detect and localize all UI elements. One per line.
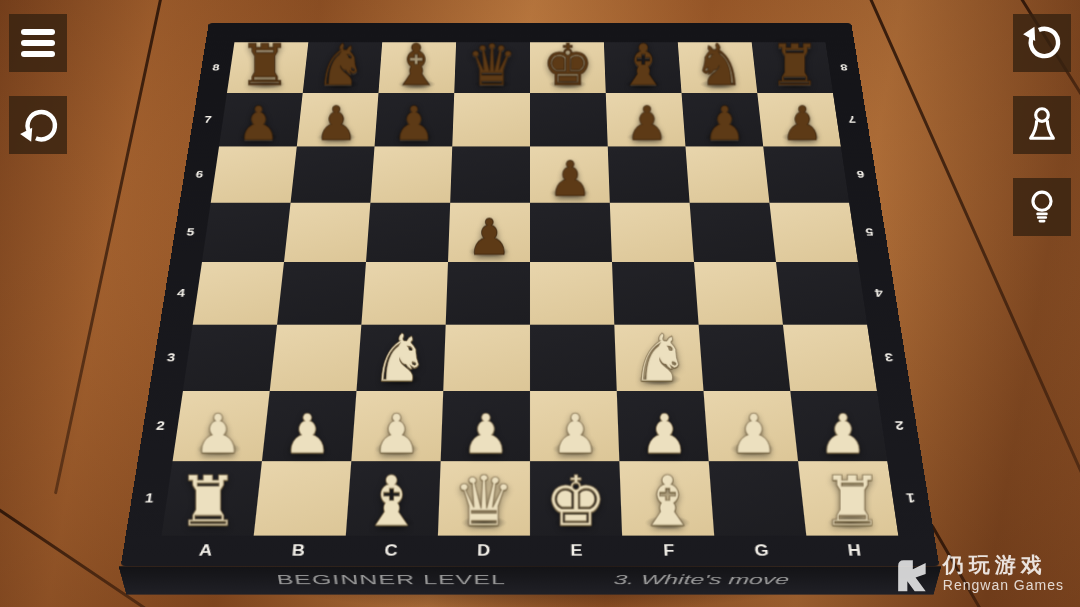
chess-scene: ABCDEFGH 87654321 87654321 ♜♞♝♛♚♝♞♜♟♟♟♟♟… [0,0,1080,607]
square-h2[interactable] [790,391,887,461]
square-a5[interactable] [202,203,291,262]
square-h4[interactable] [776,262,867,325]
square-e3[interactable] [530,325,617,391]
square-a8[interactable] [227,42,308,93]
file-label: A [157,536,254,566]
square-c2[interactable] [351,391,443,461]
square-f5[interactable] [610,203,694,262]
square-d3[interactable] [443,325,530,391]
square-b1[interactable] [254,461,352,536]
square-f6[interactable] [608,146,690,202]
square-c6[interactable] [370,146,452,202]
chess-board: ABCDEFGH 87654321 87654321 ♜♞♝♛♚♝♞♜♟♟♟♟♟… [121,23,940,566]
file-labels: ABCDEFGH [157,536,903,566]
board-front-face: BEGINNER LEVEL 3. White's move [118,566,941,595]
square-f8[interactable] [604,42,682,93]
square-b4[interactable] [277,262,366,325]
square-g6[interactable] [685,146,769,202]
watermark-title-en: Rengwan Games [943,577,1064,593]
square-e7[interactable] [530,93,608,146]
square-c7[interactable] [375,93,455,146]
square-h7[interactable] [757,93,841,146]
square-d5[interactable] [448,203,530,262]
board-squares [162,42,899,535]
square-f3[interactable] [614,325,703,391]
square-c1[interactable] [346,461,441,536]
square-g4[interactable] [694,262,783,325]
choose-side-button[interactable] [1013,96,1071,154]
level-label: BEGINNER LEVEL [275,572,506,588]
square-b5[interactable] [284,203,370,262]
rank-label: 7 [833,93,871,146]
square-a7[interactable] [219,93,303,146]
square-g3[interactable] [699,325,791,391]
square-d6[interactable] [450,146,530,202]
square-e6[interactable] [530,146,610,202]
square-h3[interactable] [783,325,877,391]
lightbulb-icon [1021,186,1063,228]
hint-button[interactable] [1013,178,1071,236]
square-h5[interactable] [769,203,858,262]
square-b7[interactable] [297,93,379,146]
file-label: E [530,536,623,566]
file-label: D [437,536,530,566]
square-d4[interactable] [446,262,530,325]
square-h1[interactable] [798,461,898,536]
file-label: C [344,536,438,566]
watermark-title-cn: 仍玩游戏 [943,553,1064,577]
watermark: 仍玩游戏 Rengwan Games [889,551,1064,595]
square-f4[interactable] [612,262,699,325]
square-g2[interactable] [704,391,799,461]
square-a3[interactable] [183,325,277,391]
file-label: B [250,536,345,566]
square-h8[interactable] [752,42,833,93]
square-e5[interactable] [530,203,612,262]
square-h6[interactable] [763,146,849,202]
square-b8[interactable] [303,42,383,93]
square-d2[interactable] [441,391,530,461]
square-f2[interactable] [617,391,709,461]
square-b3[interactable] [270,325,362,391]
square-d7[interactable] [452,93,530,146]
square-e8[interactable] [530,42,606,93]
square-g7[interactable] [682,93,764,146]
file-label: F [622,536,716,566]
square-c3[interactable] [356,325,445,391]
rotate-board-button[interactable] [9,96,67,154]
pawn-outline-icon [1021,104,1063,146]
square-g1[interactable] [709,461,807,536]
square-b2[interactable] [262,391,357,461]
hamburger-menu-icon [21,29,55,57]
undo-arrow-icon [1021,22,1063,64]
square-d8[interactable] [454,42,530,93]
square-e4[interactable] [530,262,614,325]
square-g5[interactable] [690,203,776,262]
move-status-label: 3. White's move [613,572,790,588]
rotate-arrow-icon [17,104,59,146]
square-e1[interactable] [530,461,622,536]
menu-button[interactable] [9,14,67,72]
file-label: G [714,536,809,566]
square-a2[interactable] [173,391,270,461]
square-b6[interactable] [291,146,375,202]
square-a1[interactable] [162,461,262,536]
rengwan-logo-icon [889,551,933,595]
square-a4[interactable] [193,262,284,325]
square-f7[interactable] [606,93,686,146]
square-e2[interactable] [530,391,619,461]
square-c8[interactable] [378,42,456,93]
square-g8[interactable] [678,42,758,93]
undo-move-button[interactable] [1013,14,1071,72]
square-d1[interactable] [438,461,530,536]
square-c4[interactable] [361,262,448,325]
square-c5[interactable] [366,203,450,262]
square-a6[interactable] [211,146,297,202]
rank-label: 8 [826,42,863,93]
square-f1[interactable] [619,461,714,536]
